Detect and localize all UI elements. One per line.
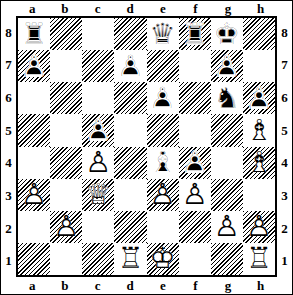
file-label-d: d <box>114 279 147 292</box>
square-f7[interactable] <box>179 50 211 82</box>
square-g2[interactable]: ♟♙ <box>211 211 243 243</box>
white-pawn: ♟♙ <box>179 179 211 211</box>
square-c1[interactable] <box>82 243 114 275</box>
white-pawn: ♟♙ <box>18 179 50 211</box>
white-pawn: ♟♙ <box>147 179 179 211</box>
rank-label-3: 3 <box>5 189 12 202</box>
square-e1[interactable]: ♚♔ <box>147 243 179 275</box>
square-d6[interactable] <box>114 82 146 114</box>
square-b2[interactable]: ♟♙ <box>50 211 82 243</box>
rank-label-6: 6 <box>281 91 288 104</box>
rank-label-4: 4 <box>5 156 12 169</box>
square-f2[interactable] <box>179 211 211 243</box>
black-knight: ♞♘ <box>211 82 243 114</box>
black-pawn: ♟♙ <box>18 50 50 82</box>
rank-label-8: 8 <box>5 26 12 39</box>
corner-bottom-left <box>1 277 16 294</box>
file-label-c: c <box>81 279 114 292</box>
black-pawn: ♟♙ <box>82 114 114 146</box>
file-label-f: f <box>179 2 212 15</box>
square-b1[interactable] <box>50 243 82 275</box>
black-king: ♚♔ <box>211 18 243 50</box>
rank-labels-right: 87654321 <box>277 16 292 277</box>
rank-label-8: 8 <box>281 26 288 39</box>
square-c5[interactable]: ♟♙ <box>82 114 114 146</box>
rank-label-7: 7 <box>281 58 288 71</box>
square-d1[interactable]: ♜♖ <box>114 243 146 275</box>
square-a5[interactable] <box>18 114 50 146</box>
white-pawn: ♟♙ <box>243 211 275 243</box>
square-f6[interactable] <box>179 82 211 114</box>
file-label-b: b <box>49 279 82 292</box>
white-pawn: ♟♙ <box>82 147 114 179</box>
square-g1[interactable] <box>211 243 243 275</box>
square-b6[interactable] <box>50 82 82 114</box>
chess-diagram: abcdefgh 87654321 ♜♖♛♕♜♖♚♔♟♙♟♙♟♙♟♙♞♘♟♙♟♙… <box>0 0 293 295</box>
square-c4[interactable]: ♟♙ <box>82 147 114 179</box>
rank-label-1: 1 <box>5 254 12 267</box>
file-label-d: d <box>114 2 147 15</box>
file-label-a: a <box>16 279 49 292</box>
square-d5[interactable] <box>114 114 146 146</box>
file-label-g: g <box>212 279 245 292</box>
corner-bottom-right <box>277 277 292 294</box>
file-labels-top: abcdefgh <box>16 1 277 16</box>
square-c7[interactable] <box>82 50 114 82</box>
square-a7[interactable]: ♟♙ <box>18 50 50 82</box>
white-rook: ♜♖ <box>114 243 146 275</box>
white-queen: ♛♕ <box>82 179 114 211</box>
rank-label-1: 1 <box>281 254 288 267</box>
square-a8[interactable]: ♜♖ <box>18 18 50 50</box>
black-pawn: ♟♙ <box>179 147 211 179</box>
rank-label-7: 7 <box>5 58 12 71</box>
rank-label-3: 3 <box>281 189 288 202</box>
square-a2[interactable] <box>18 211 50 243</box>
square-g3[interactable] <box>211 179 243 211</box>
black-queen: ♛♕ <box>147 18 179 50</box>
square-h4[interactable]: ♝♗ <box>243 147 275 179</box>
rank-label-2: 2 <box>5 222 12 235</box>
square-g7[interactable]: ♟♙ <box>211 50 243 82</box>
black-pawn: ♟♙ <box>114 50 146 82</box>
square-h6[interactable]: ♟♙ <box>243 82 275 114</box>
black-pawn: ♟♙ <box>243 82 275 114</box>
square-f1[interactable] <box>179 243 211 275</box>
file-labels-bottom: abcdefgh <box>16 277 277 294</box>
square-g4[interactable] <box>211 147 243 179</box>
square-f8[interactable]: ♜♖ <box>179 18 211 50</box>
square-d4[interactable] <box>114 147 146 179</box>
black-rook: ♜♖ <box>179 18 211 50</box>
square-a3[interactable]: ♟♙ <box>18 179 50 211</box>
file-label-h: h <box>244 279 277 292</box>
square-f4[interactable]: ♟♙ <box>179 147 211 179</box>
file-label-e: e <box>147 279 180 292</box>
black-pawn: ♟♙ <box>211 50 243 82</box>
square-h5[interactable]: ♝♗ <box>243 114 275 146</box>
square-e2[interactable] <box>147 211 179 243</box>
rank-label-5: 5 <box>281 124 288 137</box>
rank-label-4: 4 <box>281 156 288 169</box>
square-d2[interactable] <box>114 211 146 243</box>
rank-label-5: 5 <box>5 124 12 137</box>
rank-label-2: 2 <box>281 222 288 235</box>
square-d7[interactable]: ♟♙ <box>114 50 146 82</box>
file-label-f: f <box>179 279 212 292</box>
white-rook: ♜♖ <box>243 243 275 275</box>
black-rook: ♜♖ <box>18 18 50 50</box>
corner-top-right <box>277 1 292 16</box>
square-b8[interactable] <box>50 18 82 50</box>
white-pawn: ♟♙ <box>50 211 82 243</box>
square-c8[interactable] <box>82 18 114 50</box>
square-d8[interactable] <box>114 18 146 50</box>
square-a1[interactable] <box>18 243 50 275</box>
white-bishop: ♝♗ <box>243 114 275 146</box>
chess-board: ♜♖♛♕♜♖♚♔♟♙♟♙♟♙♟♙♞♘♟♙♟♙♝♗♟♙♝♗♟♙♝♗♟♙♛♕♟♙♟♙… <box>16 16 277 277</box>
file-label-b: b <box>49 2 82 15</box>
square-e6[interactable]: ♟♙ <box>147 82 179 114</box>
square-e3[interactable]: ♟♙ <box>147 179 179 211</box>
square-g8[interactable]: ♚♔ <box>211 18 243 50</box>
black-bishop: ♝♗ <box>147 147 179 179</box>
square-d3[interactable] <box>114 179 146 211</box>
square-b3[interactable] <box>50 179 82 211</box>
square-h7[interactable] <box>243 50 275 82</box>
square-a4[interactable] <box>18 147 50 179</box>
square-g6[interactable]: ♞♘ <box>211 82 243 114</box>
file-label-h: h <box>244 2 277 15</box>
square-e7[interactable] <box>147 50 179 82</box>
rank-label-6: 6 <box>5 91 12 104</box>
square-c2[interactable] <box>82 211 114 243</box>
white-king: ♚♔ <box>147 243 179 275</box>
square-c3[interactable]: ♛♕ <box>82 179 114 211</box>
square-h3[interactable] <box>243 179 275 211</box>
square-a6[interactable] <box>18 82 50 114</box>
square-c6[interactable] <box>82 82 114 114</box>
square-b7[interactable] <box>50 50 82 82</box>
square-h8[interactable] <box>243 18 275 50</box>
rank-labels-left: 87654321 <box>1 16 16 277</box>
file-label-a: a <box>16 2 49 15</box>
white-bishop: ♝♗ <box>243 147 275 179</box>
square-h1[interactable]: ♜♖ <box>243 243 275 275</box>
square-f5[interactable] <box>179 114 211 146</box>
black-pawn: ♟♙ <box>147 82 179 114</box>
file-label-g: g <box>212 2 245 15</box>
file-label-c: c <box>81 2 114 15</box>
white-pawn: ♟♙ <box>211 211 243 243</box>
square-b5[interactable] <box>50 114 82 146</box>
corner-top-left <box>1 1 16 16</box>
square-b4[interactable] <box>50 147 82 179</box>
square-f3[interactable]: ♟♙ <box>179 179 211 211</box>
square-e8[interactable]: ♛♕ <box>147 18 179 50</box>
square-e5[interactable] <box>147 114 179 146</box>
square-h2[interactable]: ♟♙ <box>243 211 275 243</box>
square-e4[interactable]: ♝♗ <box>147 147 179 179</box>
square-g5[interactable] <box>211 114 243 146</box>
file-label-e: e <box>147 2 180 15</box>
